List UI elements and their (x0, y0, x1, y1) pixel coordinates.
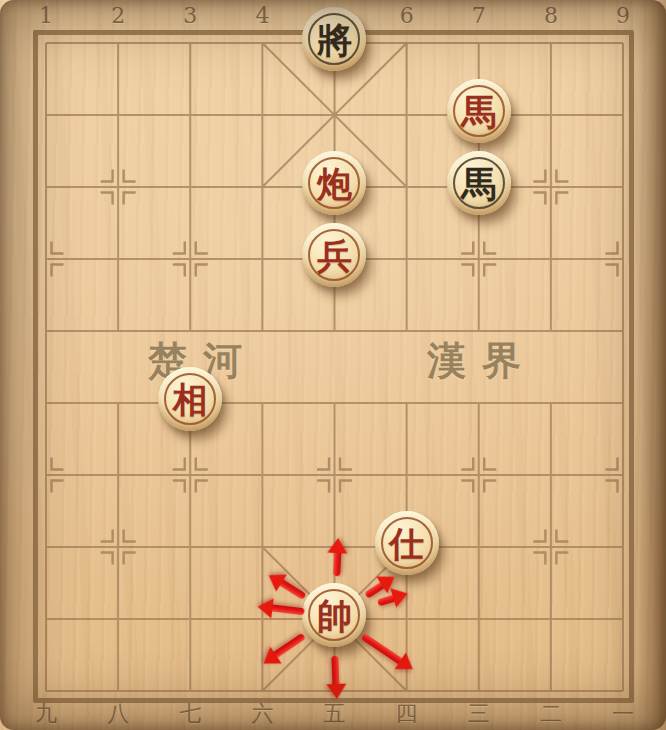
piece-glyph-red-soldier: 兵 (317, 238, 352, 273)
piece-glyph-red-general: 帥 (317, 598, 352, 633)
move-arrow-head (327, 538, 348, 554)
piece-black-general[interactable]: 將 (302, 7, 366, 71)
piece-red-advisor[interactable]: 仕 (375, 511, 439, 575)
piece-black-horse[interactable]: 馬 (447, 151, 511, 215)
piece-glyph-red-horse: 馬 (461, 94, 496, 129)
piece-glyph-red-cannon: 炮 (317, 166, 352, 201)
piece-red-horse[interactable]: 馬 (447, 79, 511, 143)
piece-red-general[interactable]: 帥 (302, 583, 366, 647)
piece-red-soldier[interactable]: 兵 (302, 223, 366, 287)
piece-glyph-red-advisor: 仕 (389, 526, 424, 561)
move-arrow-shaft (333, 551, 341, 576)
move-arrow-head (256, 597, 273, 619)
board-grid[interactable]: 將馬炮馬兵相仕帥 (10, 7, 659, 727)
piece-red-elephant[interactable]: 相 (158, 367, 222, 431)
move-arrow-head (326, 684, 347, 700)
piece-glyph-red-elephant: 相 (173, 382, 208, 417)
xiangqi-board-screen: 楚河 漢界 123456789 九八七六五四三二一 將馬炮馬兵相仕帥 (0, 0, 666, 730)
piece-red-cannon[interactable]: 炮 (302, 151, 366, 215)
piece-glyph-black-horse: 馬 (461, 166, 496, 201)
piece-glyph-black-general: 將 (317, 22, 352, 57)
